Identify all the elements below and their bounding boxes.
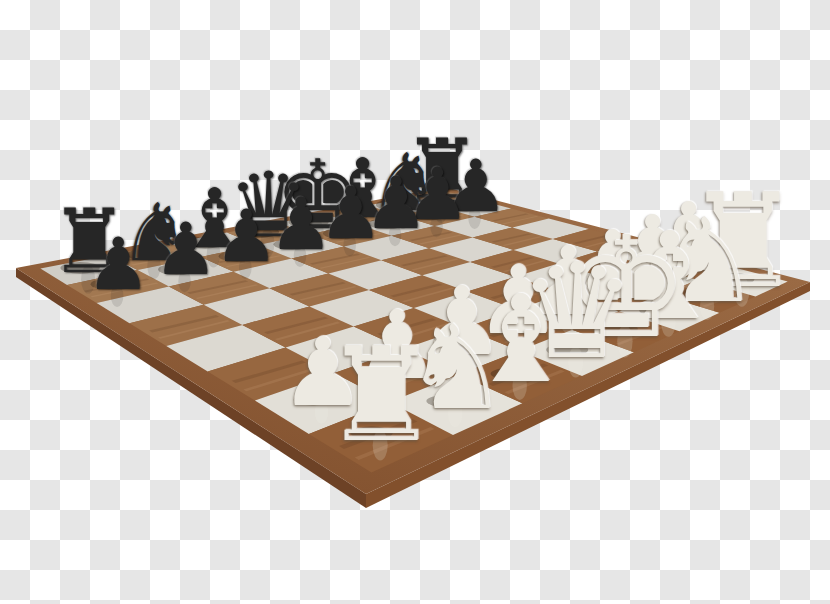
piece-black-pawn-a7[interactable]: ♟ [86,228,150,300]
piece-black-pawn-c7[interactable]: ♟ [214,200,278,272]
transparent-checker-background: ♜♞♝♛♚♝♞♜♟♟♟♟♟♟♟♟♟♟♟♟♟♟♟♟♜♞♝♛♚♝♞♜ [0,0,830,604]
pieces-layer: ♜♞♝♛♚♝♞♜♟♟♟♟♟♟♟♟♟♟♟♟♟♟♟♟♜♞♝♛♚♝♞♜ [0,0,830,604]
piece-white-rook-a1[interactable]: ♜ [323,331,439,461]
piece-black-pawn-b7[interactable]: ♟ [153,214,217,286]
